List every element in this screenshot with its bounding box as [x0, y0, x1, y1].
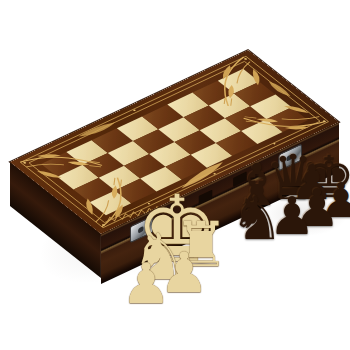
chess-piece-light-pawn: ♟ [121, 256, 171, 312]
chess-piece-dark-knight: ♞ [230, 188, 284, 248]
chess-set-photo: ♚♜♞♟♟♝♛♟♚♞♟♟♟ [0, 0, 350, 350]
